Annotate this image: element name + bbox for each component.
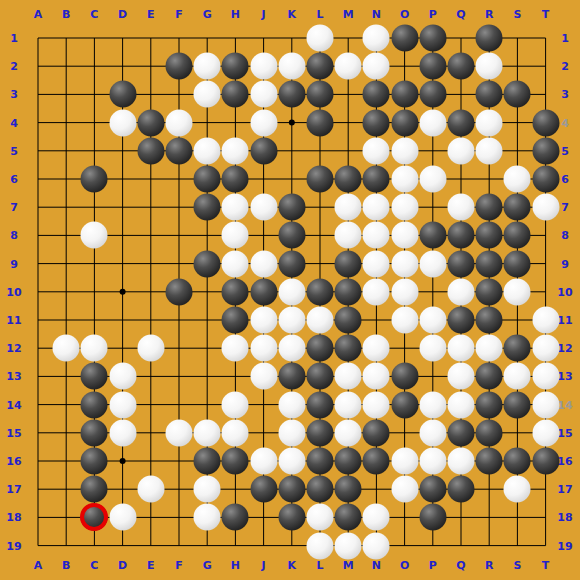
black-stone-C14 <box>81 391 108 418</box>
black-stone-H18 <box>222 504 249 531</box>
black-stone-O13 <box>391 363 418 390</box>
white-stone-H9 <box>222 250 249 277</box>
col-label-bottom-J: J <box>262 559 266 572</box>
col-label-bottom-L: L <box>316 559 323 572</box>
black-stone-K3 <box>278 81 305 108</box>
white-stone-P4 <box>419 109 446 136</box>
white-stone-O10 <box>391 278 418 305</box>
row-label-left-3: 3 <box>10 88 18 101</box>
col-label-bottom-M: M <box>343 559 354 572</box>
black-stone-M17 <box>335 476 362 503</box>
black-stone-O1 <box>391 25 418 52</box>
white-stone-K14 <box>278 391 305 418</box>
white-stone-O8 <box>391 222 418 249</box>
row-label-right-19: 19 <box>557 539 572 552</box>
col-label-top-H: H <box>231 8 240 21</box>
white-stone-M2 <box>335 53 362 80</box>
col-label-top-Q: Q <box>456 8 465 21</box>
white-stone-J3 <box>250 81 277 108</box>
black-stone-M16 <box>335 448 362 475</box>
black-stone-E4 <box>137 109 164 136</box>
black-stone-S7 <box>504 194 531 221</box>
white-stone-J13 <box>250 363 277 390</box>
black-stone-O14 <box>391 391 418 418</box>
white-stone-N1 <box>363 25 390 52</box>
white-stone-Q16 <box>448 448 475 475</box>
row-label-left-11: 11 <box>6 314 21 327</box>
white-stone-J16 <box>250 448 277 475</box>
white-stone-G18 <box>194 504 221 531</box>
white-stone-N12 <box>363 335 390 362</box>
white-stone-N14 <box>363 391 390 418</box>
black-stone-Q8 <box>448 222 475 249</box>
white-stone-C8 <box>81 222 108 249</box>
black-stone-L14 <box>307 391 334 418</box>
white-stone-D14 <box>109 391 136 418</box>
white-stone-S17 <box>504 476 531 503</box>
white-stone-P16 <box>419 448 446 475</box>
black-stone-C6 <box>81 166 108 193</box>
black-stone-S16 <box>504 448 531 475</box>
black-stone-G9 <box>194 250 221 277</box>
white-stone-L11 <box>307 307 334 334</box>
black-stone-H11 <box>222 307 249 334</box>
black-stone-E5 <box>137 137 164 164</box>
white-stone-K11 <box>278 307 305 334</box>
black-stone-M18 <box>335 504 362 531</box>
black-stone-M12 <box>335 335 362 362</box>
white-stone-G5 <box>194 137 221 164</box>
black-stone-R3 <box>476 81 503 108</box>
black-stone-P3 <box>419 81 446 108</box>
col-label-top-K: K <box>288 8 297 21</box>
white-stone-Q12 <box>448 335 475 362</box>
black-stone-F10 <box>166 278 193 305</box>
white-stone-N13 <box>363 363 390 390</box>
white-stone-N8 <box>363 222 390 249</box>
black-stone-P8 <box>419 222 446 249</box>
black-stone-L6 <box>307 166 334 193</box>
black-stone-S3 <box>504 81 531 108</box>
black-stone-Q11 <box>448 307 475 334</box>
row-label-left-19: 19 <box>6 539 21 552</box>
white-stone-D15 <box>109 419 136 446</box>
white-stone-G15 <box>194 419 221 446</box>
black-stone-F2 <box>166 53 193 80</box>
col-label-bottom-N: N <box>372 559 381 572</box>
black-stone-L10 <box>307 278 334 305</box>
row-label-right-5: 5 <box>561 144 569 157</box>
row-label-right-7: 7 <box>561 201 569 214</box>
white-stone-N5 <box>363 137 390 164</box>
row-label-right-10: 10 <box>557 285 572 298</box>
black-stone-L16 <box>307 448 334 475</box>
white-stone-O16 <box>391 448 418 475</box>
black-stone-H6 <box>222 166 249 193</box>
black-stone-M6 <box>335 166 362 193</box>
black-stone-Q9 <box>448 250 475 277</box>
col-label-bottom-B: B <box>62 559 70 572</box>
black-stone-N3 <box>363 81 390 108</box>
white-stone-Q13 <box>448 363 475 390</box>
black-stone-L15 <box>307 419 334 446</box>
col-label-top-C: C <box>90 8 98 21</box>
white-stone-E17 <box>137 476 164 503</box>
col-label-bottom-Q: Q <box>456 559 465 572</box>
col-label-bottom-S: S <box>513 559 521 572</box>
row-label-right-12: 12 <box>557 342 572 355</box>
row-label-left-4: 4 <box>10 116 18 129</box>
white-stone-L18 <box>307 504 334 531</box>
black-stone-F5 <box>166 137 193 164</box>
black-stone-J17 <box>250 476 277 503</box>
col-label-bottom-E: E <box>147 559 155 572</box>
black-stone-R16 <box>476 448 503 475</box>
black-stone-S9 <box>504 250 531 277</box>
white-stone-T12 <box>532 335 559 362</box>
go-board[interactable]: AABBCCDDEEFFGGHHJJKKLLMMNNOOPPQQRRSSTT11… <box>0 0 580 580</box>
row-label-left-5: 5 <box>10 144 18 157</box>
row-label-left-1: 1 <box>10 32 18 45</box>
white-stone-S13 <box>504 363 531 390</box>
white-stone-O17 <box>391 476 418 503</box>
white-stone-T11 <box>532 307 559 334</box>
white-stone-N10 <box>363 278 390 305</box>
black-stone-H2 <box>222 53 249 80</box>
black-stone-R13 <box>476 363 503 390</box>
black-stone-P2 <box>419 53 446 80</box>
white-stone-D13 <box>109 363 136 390</box>
col-label-top-A: A <box>34 8 43 21</box>
col-label-bottom-R: R <box>485 559 493 572</box>
white-stone-H15 <box>222 419 249 446</box>
black-stone-T4 <box>532 109 559 136</box>
row-label-left-2: 2 <box>10 60 18 73</box>
col-label-top-B: B <box>62 8 70 21</box>
white-stone-J12 <box>250 335 277 362</box>
col-label-top-N: N <box>372 8 381 21</box>
white-stone-P12 <box>419 335 446 362</box>
white-stone-T14 <box>532 391 559 418</box>
white-stone-J4 <box>250 109 277 136</box>
white-stone-L19 <box>307 532 334 559</box>
row-label-left-6: 6 <box>10 173 18 186</box>
col-label-top-O: O <box>400 8 409 21</box>
col-label-bottom-D: D <box>118 559 127 572</box>
white-stone-Q14 <box>448 391 475 418</box>
black-stone-H10 <box>222 278 249 305</box>
black-stone-L3 <box>307 81 334 108</box>
white-stone-L1 <box>307 25 334 52</box>
row-label-left-10: 10 <box>6 285 21 298</box>
black-stone-C16 <box>81 448 108 475</box>
row-label-right-15: 15 <box>557 426 572 439</box>
black-stone-C15 <box>81 419 108 446</box>
black-stone-O3 <box>391 81 418 108</box>
white-stone-P11 <box>419 307 446 334</box>
row-label-left-17: 17 <box>6 483 21 496</box>
white-stone-P15 <box>419 419 446 446</box>
col-label-top-P: P <box>429 8 437 21</box>
white-stone-S10 <box>504 278 531 305</box>
row-label-left-14: 14 <box>6 398 21 411</box>
black-stone-M10 <box>335 278 362 305</box>
black-stone-P1 <box>419 25 446 52</box>
go-board-screenshot: { "game": "go", "board": { "size": 19, "… <box>0 0 580 580</box>
black-stone-S12 <box>504 335 531 362</box>
row-label-right-9: 9 <box>561 257 569 270</box>
black-stone-C17 <box>81 476 108 503</box>
white-stone-O11 <box>391 307 418 334</box>
white-stone-F4 <box>166 109 193 136</box>
black-stone-S14 <box>504 391 531 418</box>
black-stone-K7 <box>278 194 305 221</box>
white-stone-H5 <box>222 137 249 164</box>
white-stone-F15 <box>166 419 193 446</box>
col-label-top-L: L <box>316 8 323 21</box>
white-stone-H7 <box>222 194 249 221</box>
row-label-right-11: 11 <box>557 314 572 327</box>
white-stone-R12 <box>476 335 503 362</box>
white-stone-K16 <box>278 448 305 475</box>
white-stone-G3 <box>194 81 221 108</box>
white-stone-O6 <box>391 166 418 193</box>
white-stone-P9 <box>419 250 446 277</box>
col-label-bottom-G: G <box>203 559 212 572</box>
black-stone-Q2 <box>448 53 475 80</box>
white-stone-O9 <box>391 250 418 277</box>
col-label-top-E: E <box>147 8 155 21</box>
black-stone-G16 <box>194 448 221 475</box>
black-stone-G6 <box>194 166 221 193</box>
col-label-bottom-A: A <box>34 559 43 572</box>
black-stone-Q17 <box>448 476 475 503</box>
white-stone-Q10 <box>448 278 475 305</box>
black-stone-N16 <box>363 448 390 475</box>
white-stone-M7 <box>335 194 362 221</box>
row-label-right-16: 16 <box>557 455 572 468</box>
white-stone-Q7 <box>448 194 475 221</box>
col-label-top-D: D <box>118 8 127 21</box>
white-stone-J9 <box>250 250 277 277</box>
col-label-bottom-K: K <box>288 559 297 572</box>
black-stone-D3 <box>109 81 136 108</box>
col-label-bottom-T: T <box>542 559 550 572</box>
row-label-right-1: 1 <box>561 32 569 45</box>
white-stone-Q5 <box>448 137 475 164</box>
row-label-right-18: 18 <box>557 511 572 524</box>
black-stone-O4 <box>391 109 418 136</box>
white-stone-N18 <box>363 504 390 531</box>
row-label-right-6: 6 <box>561 173 569 186</box>
white-stone-T13 <box>532 363 559 390</box>
black-stone-H3 <box>222 81 249 108</box>
black-stone-R9 <box>476 250 503 277</box>
row-label-left-7: 7 <box>10 201 18 214</box>
white-stone-H8 <box>222 222 249 249</box>
black-stone-N4 <box>363 109 390 136</box>
black-stone-N6 <box>363 166 390 193</box>
white-stone-P6 <box>419 166 446 193</box>
row-label-left-9: 9 <box>10 257 18 270</box>
black-stone-R8 <box>476 222 503 249</box>
black-stone-K9 <box>278 250 305 277</box>
black-stone-R7 <box>476 194 503 221</box>
black-stone-Q15 <box>448 419 475 446</box>
black-stone-L12 <box>307 335 334 362</box>
white-stone-H12 <box>222 335 249 362</box>
black-stone-R14 <box>476 391 503 418</box>
col-label-top-J: J <box>262 8 266 21</box>
white-stone-R5 <box>476 137 503 164</box>
black-stone-J5 <box>250 137 277 164</box>
col-label-top-R: R <box>485 8 493 21</box>
white-stone-K2 <box>278 53 305 80</box>
white-stone-C12 <box>81 335 108 362</box>
white-stone-N7 <box>363 194 390 221</box>
black-stone-S8 <box>504 222 531 249</box>
white-stone-M19 <box>335 532 362 559</box>
white-stone-G17 <box>194 476 221 503</box>
row-label-right-13: 13 <box>557 370 572 383</box>
black-stone-L4 <box>307 109 334 136</box>
row-label-left-12: 12 <box>6 342 21 355</box>
black-stone-P17 <box>419 476 446 503</box>
white-stone-T7 <box>532 194 559 221</box>
black-stone-R11 <box>476 307 503 334</box>
black-stone-J10 <box>250 278 277 305</box>
black-stone-L13 <box>307 363 334 390</box>
white-stone-J11 <box>250 307 277 334</box>
col-label-bottom-O: O <box>400 559 409 572</box>
white-stone-M14 <box>335 391 362 418</box>
white-stone-K10 <box>278 278 305 305</box>
black-stone-K13 <box>278 363 305 390</box>
col-label-bottom-F: F <box>175 559 183 572</box>
col-label-top-G: G <box>203 8 212 21</box>
black-stone-R1 <box>476 25 503 52</box>
row-label-left-13: 13 <box>6 370 21 383</box>
black-stone-M11 <box>335 307 362 334</box>
row-label-left-16: 16 <box>6 455 21 468</box>
black-stone-M9 <box>335 250 362 277</box>
row-label-right-3: 3 <box>561 88 569 101</box>
black-stone-K8 <box>278 222 305 249</box>
row-label-right-2: 2 <box>561 60 569 73</box>
black-stone-H16 <box>222 448 249 475</box>
col-label-bottom-C: C <box>90 559 98 572</box>
white-stone-J7 <box>250 194 277 221</box>
col-label-top-M: M <box>343 8 354 21</box>
white-stone-O7 <box>391 194 418 221</box>
black-stone-R10 <box>476 278 503 305</box>
white-stone-M13 <box>335 363 362 390</box>
white-stone-G2 <box>194 53 221 80</box>
black-stone-T5 <box>532 137 559 164</box>
col-label-top-T: T <box>542 8 550 21</box>
black-stone-R15 <box>476 419 503 446</box>
white-stone-M8 <box>335 222 362 249</box>
black-stone-C13 <box>81 363 108 390</box>
row-label-right-14: 14 <box>557 398 572 411</box>
row-label-right-4: 4 <box>561 116 569 129</box>
white-stone-O5 <box>391 137 418 164</box>
black-stone-P18 <box>419 504 446 531</box>
row-label-left-15: 15 <box>6 426 21 439</box>
black-stone-K18 <box>278 504 305 531</box>
white-stone-N2 <box>363 53 390 80</box>
white-stone-R4 <box>476 109 503 136</box>
row-label-left-8: 8 <box>10 229 18 242</box>
black-stone-T6 <box>532 166 559 193</box>
col-label-bottom-H: H <box>231 559 240 572</box>
row-label-right-17: 17 <box>557 483 572 496</box>
white-stone-N9 <box>363 250 390 277</box>
col-label-bottom-P: P <box>429 559 437 572</box>
black-stone-Q4 <box>448 109 475 136</box>
white-stone-P14 <box>419 391 446 418</box>
white-stone-B12 <box>53 335 80 362</box>
white-stone-N19 <box>363 532 390 559</box>
black-stone-L17 <box>307 476 334 503</box>
white-stone-D4 <box>109 109 136 136</box>
white-stone-K15 <box>278 419 305 446</box>
white-stone-E12 <box>137 335 164 362</box>
white-stone-T15 <box>532 419 559 446</box>
white-stone-R2 <box>476 53 503 80</box>
black-stone-G7 <box>194 194 221 221</box>
black-stone-T16 <box>532 448 559 475</box>
black-stone-L2 <box>307 53 334 80</box>
row-label-right-8: 8 <box>561 229 569 242</box>
row-label-left-18: 18 <box>6 511 21 524</box>
white-stone-S6 <box>504 166 531 193</box>
col-label-top-F: F <box>175 8 183 21</box>
col-label-top-S: S <box>513 8 521 21</box>
white-stone-J2 <box>250 53 277 80</box>
white-stone-M15 <box>335 419 362 446</box>
black-stone-K17 <box>278 476 305 503</box>
white-stone-D18 <box>109 504 136 531</box>
black-stone-N15 <box>363 419 390 446</box>
white-stone-H14 <box>222 391 249 418</box>
last-move-marker <box>80 503 108 531</box>
white-stone-K12 <box>278 335 305 362</box>
